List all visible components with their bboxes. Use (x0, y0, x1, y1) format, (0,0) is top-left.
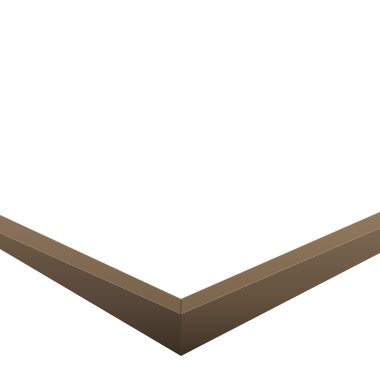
chessboard-product-photo (0, 0, 380, 380)
board-side-faces (0, 212, 380, 356)
chessboard-photo (0, 0, 380, 380)
